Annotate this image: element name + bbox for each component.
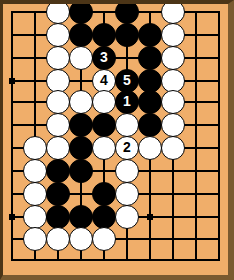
black-stone: 1 <box>115 90 139 114</box>
move-number-label: 4 <box>100 73 108 87</box>
white-stone <box>23 182 47 206</box>
black-stone <box>92 182 116 206</box>
white-stone <box>138 136 162 160</box>
black-stone <box>92 113 116 137</box>
black-stone <box>115 4 139 24</box>
white-stone <box>23 205 47 229</box>
black-stone <box>138 113 162 137</box>
star-point <box>9 78 15 84</box>
white-stone <box>46 136 70 160</box>
white-stone <box>115 113 139 137</box>
white-stone <box>115 182 139 206</box>
white-stone <box>161 90 185 114</box>
go-board-diagram: 34512 <box>0 0 234 280</box>
star-point <box>9 214 15 220</box>
white-stone <box>161 113 185 137</box>
white-stone <box>115 159 139 183</box>
black-stone <box>46 182 70 206</box>
white-stone <box>46 46 70 70</box>
v-grid-line <box>11 11 13 261</box>
move-number-label: 5 <box>123 73 131 87</box>
white-stone <box>46 23 70 47</box>
white-stone <box>46 227 70 251</box>
white-stone <box>69 46 93 70</box>
black-stone <box>46 205 70 229</box>
black-stone <box>69 113 93 137</box>
black-stone <box>92 205 116 229</box>
white-stone <box>23 227 47 251</box>
black-stone <box>92 23 116 47</box>
white-stone <box>92 227 116 251</box>
v-grid-line <box>195 11 197 261</box>
black-stone <box>138 90 162 114</box>
white-stone <box>161 4 185 24</box>
white-stone <box>46 113 70 137</box>
black-stone <box>138 46 162 70</box>
black-stone <box>46 159 70 183</box>
black-stone <box>69 4 93 24</box>
move-number-label: 2 <box>123 140 131 154</box>
black-stone: 3 <box>92 46 116 70</box>
h-grid-line <box>11 259 220 261</box>
star-point <box>147 214 153 220</box>
white-stone <box>23 159 47 183</box>
go-board: 34512 <box>3 4 228 275</box>
white-stone: 2 <box>115 136 139 160</box>
white-stone <box>69 227 93 251</box>
white-stone <box>46 90 70 114</box>
black-stone <box>69 205 93 229</box>
white-stone <box>161 46 185 70</box>
black-stone <box>138 23 162 47</box>
move-number-label: 3 <box>100 50 108 64</box>
white-stone <box>161 136 185 160</box>
black-stone <box>115 23 139 47</box>
black-stone <box>69 23 93 47</box>
move-number-label: 1 <box>123 94 131 108</box>
white-stone <box>161 23 185 47</box>
white-stone <box>115 205 139 229</box>
black-stone <box>69 159 93 183</box>
black-stone <box>69 136 93 160</box>
white-stone <box>92 90 116 114</box>
white-stone <box>69 90 93 114</box>
white-stone <box>46 4 70 24</box>
white-stone <box>23 136 47 160</box>
white-stone <box>92 136 116 160</box>
v-grid-line <box>218 11 220 261</box>
